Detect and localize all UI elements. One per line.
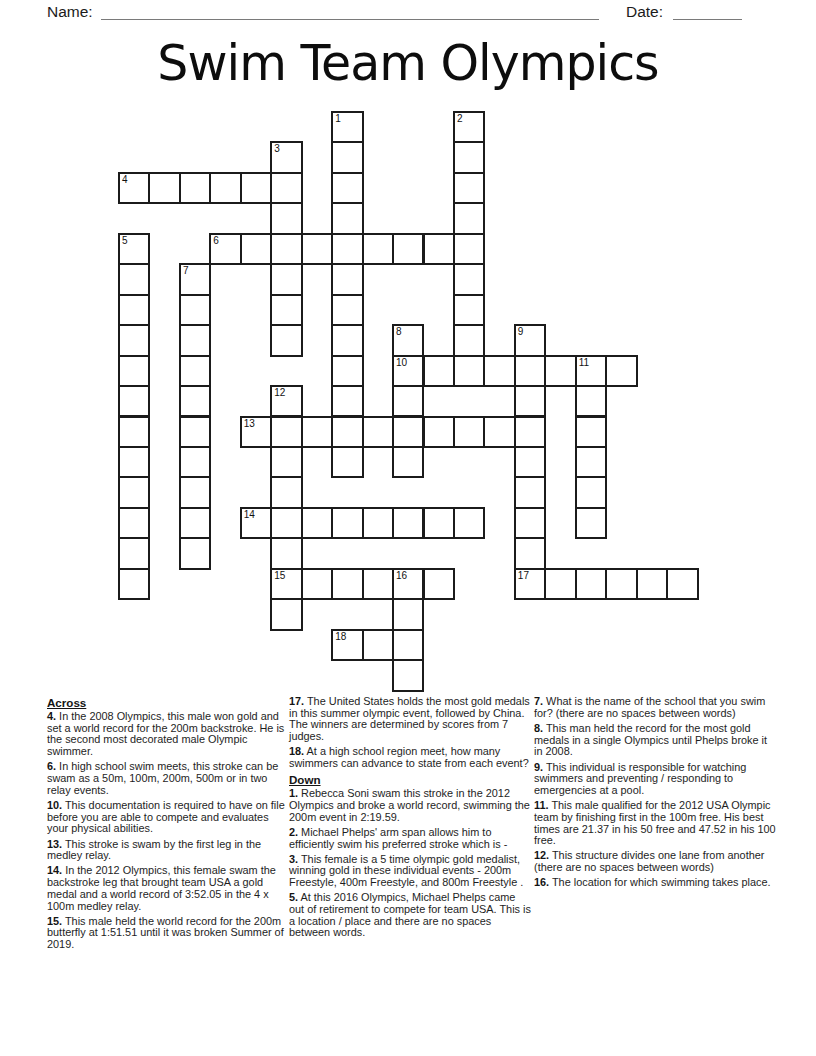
grid-cell-r10c11[interactable] [453,416,485,448]
clue-number: 8. [534,722,543,734]
clue-number: 13. [47,838,62,850]
grid-cell-r10c0[interactable] [118,416,150,448]
cell-number-4: 4 [122,174,128,185]
grid-cell-r4c0[interactable]: 5 [118,233,150,265]
clue-10-across: 10. This documentation is required to ha… [47,800,285,835]
grid-cell-r10c10[interactable] [423,416,455,448]
grid-cell-r12c13[interactable] [514,476,546,508]
grid-cell-r9c7[interactable] [331,385,363,417]
grid-cell-r3c7[interactable] [331,202,363,234]
grid-cell-r4c6[interactable] [301,233,333,265]
grid-cell-r4c8[interactable] [362,233,394,265]
grid-cell-r12c0[interactable] [118,476,150,508]
grid-cell-r13c4[interactable]: 14 [240,507,272,539]
clue-14-across: 14. In the 2012 Olympics, this female sw… [47,865,285,912]
grid-cell-r0c11[interactable]: 2 [453,111,485,143]
clue-7-down: 7. What is the name of the school that y… [534,696,776,719]
date-label: Date: [626,3,663,21]
cell-number-12: 12 [274,387,285,398]
clue-6-across: 6. In high school swim meets, this strok… [47,761,285,796]
grid-cell-r15c8[interactable] [362,568,394,600]
across-header: Across [47,696,285,709]
grid-cell-r2c0[interactable]: 4 [118,172,150,204]
grid-cell-r15c18[interactable] [666,568,698,600]
grid-cell-r1c7[interactable] [331,141,363,173]
cell-number-3: 3 [274,143,280,154]
grid-cell-r9c13[interactable] [514,385,546,417]
grid-cell-r7c13[interactable]: 9 [514,324,546,356]
clue-17-across: 17. The United States holds the most gol… [289,696,532,743]
grid-cell-r10c7[interactable] [331,416,363,448]
clue-2-down: 2. Michael Phelps' arm span allows him t… [289,827,532,850]
grid-cell-r6c2[interactable] [179,294,211,326]
clue-5-down: 5. At this 2016 Olympics, Michael Phelps… [289,892,532,939]
grid-cell-r10c9[interactable] [392,416,424,448]
grid-cell-r11c15[interactable] [575,446,607,478]
grid-cell-r6c11[interactable] [453,294,485,326]
grid-cell-r6c7[interactable] [331,294,363,326]
clue-16-down: 16. The location for which swimming take… [534,877,776,889]
grid-cell-r8c11[interactable] [453,355,485,387]
grid-cell-r5c5[interactable] [270,263,302,295]
grid-cell-r15c7[interactable] [331,568,363,600]
grid-cell-r11c9[interactable] [392,446,424,478]
cell-number-1: 1 [335,113,341,124]
clue-number: 12. [534,849,549,861]
grid-cell-r9c15[interactable] [575,385,607,417]
grid-cell-r15c15[interactable] [575,568,607,600]
grid-cell-r17c9[interactable] [392,629,424,661]
grid-cell-r9c0[interactable] [118,385,150,417]
grid-cell-r8c0[interactable] [118,355,150,387]
grid-cell-r7c7[interactable] [331,324,363,356]
grid-cell-r15c10[interactable] [423,568,455,600]
grid-cell-r3c5[interactable] [270,202,302,234]
grid-cell-r9c2[interactable] [179,385,211,417]
cell-number-10: 10 [396,357,407,368]
grid-cell-r16c9[interactable] [392,598,424,630]
clue-12-down: 12. This structure divides one lane from… [534,850,776,873]
grid-cell-r8c15[interactable]: 11 [575,355,607,387]
clue-9-down: 9. This individual is responsible for wa… [534,762,776,797]
grid-cell-r10c4[interactable]: 13 [240,416,272,448]
clue-3-down: 3. This female is a 5 time olympic gold … [289,854,532,889]
grid-cell-r2c11[interactable] [453,172,485,204]
grid-cell-r14c13[interactable] [514,537,546,569]
grid-cell-r7c11[interactable] [453,324,485,356]
down-header: Down [289,773,532,786]
grid-cell-r8c13[interactable] [514,355,546,387]
grid-cell-r4c9[interactable] [392,233,424,265]
grid-cell-r1c11[interactable] [453,141,485,173]
cell-number-14: 14 [244,509,255,520]
grid-cell-r14c5[interactable] [270,537,302,569]
grid-cell-r2c7[interactable] [331,172,363,204]
cell-number-13: 13 [244,418,255,429]
grid-cell-r16c5[interactable] [270,598,302,630]
grid-cell-r13c7[interactable] [331,507,363,539]
clue-4-across: 4. In the 2008 Olympics, this male won g… [47,711,285,758]
grid-cell-r13c11[interactable] [453,507,485,539]
grid-cell-r13c8[interactable] [362,507,394,539]
grid-cell-r8c7[interactable] [331,355,363,387]
grid-cell-r4c4[interactable] [240,233,272,265]
grid-cell-r13c0[interactable] [118,507,150,539]
grid-cell-r8c14[interactable] [544,355,576,387]
clues-column-3: 7. What is the name of the school that y… [534,696,776,893]
cell-number-6: 6 [213,235,219,246]
grid-cell-r5c11[interactable] [453,263,485,295]
cell-number-16: 16 [396,570,407,581]
grid-cell-r18c9[interactable] [392,659,424,691]
grid-cell-r6c0[interactable] [118,294,150,326]
crossword-grid: 123456789101112131415161718 [118,111,698,691]
clue-number: 5. [289,891,298,903]
grid-cell-r12c15[interactable] [575,476,607,508]
cell-number-17: 17 [518,570,529,581]
date-blank-line [673,2,742,20]
grid-cell-r10c6[interactable] [301,416,333,448]
grid-cell-r8c16[interactable] [605,355,637,387]
grid-cell-r14c0[interactable] [118,537,150,569]
cell-number-5: 5 [122,235,128,246]
grid-cell-r11c7[interactable] [331,446,363,478]
grid-cell-r7c2[interactable] [179,324,211,356]
grid-cell-r11c5[interactable] [270,446,302,478]
grid-cell-r8c10[interactable] [423,355,455,387]
grid-cell-r2c2[interactable] [179,172,211,204]
grid-cell-r1c5[interactable]: 3 [270,141,302,173]
grid-cell-r15c16[interactable] [605,568,637,600]
clue-number: 1. [289,787,298,799]
grid-cell-r5c7[interactable] [331,263,363,295]
clue-1-down: 1. Rebecca Soni swam this stroke in the … [289,788,532,823]
name-blank-line [101,2,599,20]
grid-cell-r13c13[interactable] [514,507,546,539]
grid-cell-r2c1[interactable] [148,172,180,204]
grid-cell-r13c15[interactable] [575,507,607,539]
grid-cell-r2c4[interactable] [240,172,272,204]
cell-number-2: 2 [457,113,463,124]
clue-number: 2. [289,826,298,838]
grid-cell-r8c2[interactable] [179,355,211,387]
grid-cell-r12c2[interactable] [179,476,211,508]
grid-cell-r15c6[interactable] [301,568,333,600]
grid-cell-r15c17[interactable] [636,568,668,600]
grid-cell-r5c2[interactable]: 7 [179,263,211,295]
grid-cell-r2c3[interactable] [209,172,241,204]
grid-cell-r14c2[interactable] [179,537,211,569]
cell-number-11: 11 [579,357,589,368]
grid-cell-r10c12[interactable] [483,416,515,448]
grid-cell-r8c12[interactable] [483,355,515,387]
grid-cell-r3c11[interactable] [453,202,485,234]
grid-cell-r17c8[interactable] [362,629,394,661]
cell-number-18: 18 [335,631,346,642]
grid-cell-r15c13[interactable]: 17 [514,568,546,600]
clue-number: 15. [47,915,62,927]
clue-number: 6. [47,760,56,772]
clue-number: 14. [47,864,62,876]
grid-cell-r8c9[interactable]: 10 [392,355,424,387]
grid-cell-r9c9[interactable] [392,385,424,417]
grid-cell-r4c5[interactable] [270,233,302,265]
grid-cell-r10c15[interactable] [575,416,607,448]
grid-cell-r13c5[interactable] [270,507,302,539]
grid-cell-r9c5[interactable]: 12 [270,385,302,417]
clue-number: 3. [289,853,298,865]
cell-number-7: 7 [183,265,189,276]
grid-cell-r17c7[interactable]: 18 [331,629,363,661]
page-title: Swim Team Olympics [0,36,816,92]
clue-number: 7. [534,695,543,707]
clue-number: 16. [534,876,549,888]
cell-number-8: 8 [396,326,402,337]
clue-number: 10. [47,799,62,811]
clue-number: 11. [534,799,549,811]
grid-cell-r10c13[interactable] [514,416,546,448]
clue-8-down: 8. This man held the record for the most… [534,723,776,758]
clues-column-1: Across4. In the 2008 Olympics, this male… [47,696,285,954]
grid-cell-r4c3[interactable]: 6 [209,233,241,265]
grid-cell-r13c9[interactable] [392,507,424,539]
grid-cell-r4c7[interactable] [331,233,363,265]
grid-cell-r10c8[interactable] [362,416,394,448]
grid-cell-r7c0[interactable] [118,324,150,356]
clues-column-2: 17. The United States holds the most gol… [289,696,532,943]
clue-number: 18. [289,745,304,757]
clue-15-across: 15. This male held the world record for … [47,916,285,951]
clue-number: 17. [289,695,304,707]
clue-11-down: 11. This male qualified for the 2012 USA… [534,800,776,847]
clue-number: 4. [47,710,56,722]
grid-cell-r13c10[interactable] [423,507,455,539]
grid-cell-r12c5[interactable] [270,476,302,508]
grid-cell-r11c2[interactable] [179,446,211,478]
grid-cell-r0c7[interactable]: 1 [331,111,363,143]
grid-cell-r4c10[interactable] [423,233,455,265]
clue-18-across: 18. At a high school region meet, how ma… [289,746,532,769]
cell-number-15: 15 [274,570,285,581]
grid-cell-r2c5[interactable] [270,172,302,204]
grid-cell-r15c14[interactable] [544,568,576,600]
grid-cell-r15c0[interactable] [118,568,150,600]
grid-cell-r7c5[interactable] [270,324,302,356]
grid-cell-r15c5[interactable]: 15 [270,568,302,600]
cell-number-9: 9 [518,326,524,337]
clue-13-across: 13. This stroke is swam by the first leg… [47,839,285,862]
clue-number: 9. [534,761,543,773]
grid-cell-r13c6[interactable] [301,507,333,539]
name-label: Name: [47,3,93,21]
grid-cell-r15c9[interactable]: 16 [392,568,424,600]
grid-cell-r6c5[interactable] [270,294,302,326]
grid-cell-r11c0[interactable] [118,446,150,478]
grid-cell-r13c2[interactable] [179,507,211,539]
grid-cell-r10c5[interactable] [270,416,302,448]
grid-cell-r5c0[interactable] [118,263,150,295]
grid-cell-r10c2[interactable] [179,416,211,448]
grid-cell-r7c9[interactable]: 8 [392,324,424,356]
grid-cell-r11c13[interactable] [514,446,546,478]
grid-cell-r4c11[interactable] [453,233,485,265]
